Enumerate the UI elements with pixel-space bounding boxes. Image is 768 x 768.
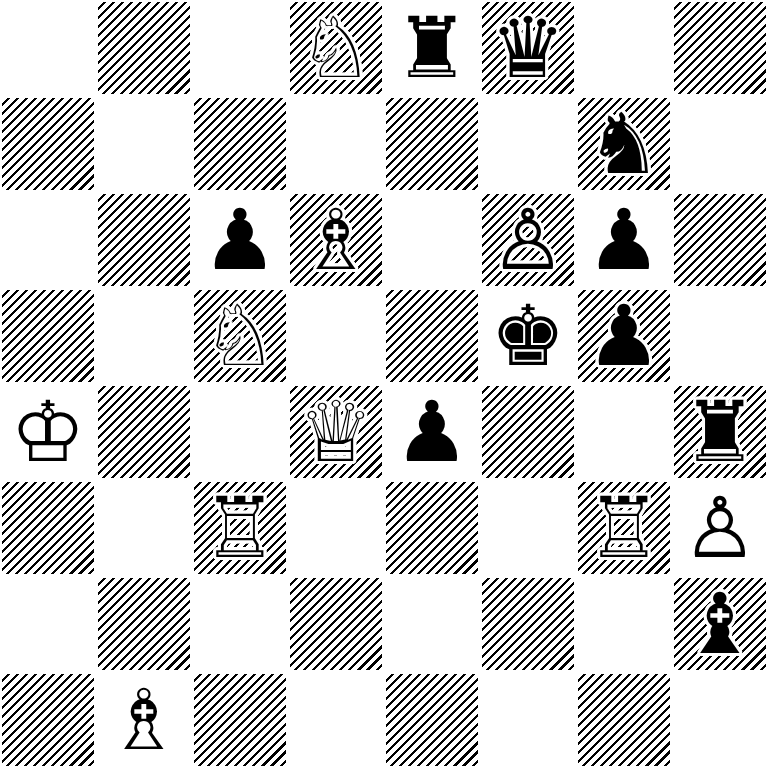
square-h8[interactable] xyxy=(672,0,768,96)
square-h2[interactable]: ♝ xyxy=(672,576,768,672)
black-rook-h4[interactable]: ♜ xyxy=(682,384,757,480)
square-h1[interactable] xyxy=(672,672,768,768)
square-f4[interactable] xyxy=(480,384,576,480)
square-g7[interactable]: ♞ xyxy=(576,96,672,192)
white-pawn-h3[interactable]: ♙ xyxy=(682,480,757,576)
square-c8[interactable] xyxy=(192,0,288,96)
square-a4[interactable]: ♔ xyxy=(0,384,96,480)
square-g6[interactable]: ♟ xyxy=(576,192,672,288)
square-h7[interactable] xyxy=(672,96,768,192)
square-g4[interactable] xyxy=(576,384,672,480)
black-bishop-h2[interactable]: ♝ xyxy=(682,576,757,672)
square-c2[interactable] xyxy=(192,576,288,672)
square-f1[interactable] xyxy=(480,672,576,768)
square-c4[interactable] xyxy=(192,384,288,480)
square-f7[interactable] xyxy=(480,96,576,192)
black-pawn-g6[interactable]: ♟ xyxy=(586,192,661,288)
white-rook-g3[interactable]: ♖ xyxy=(586,480,661,576)
square-d1[interactable] xyxy=(288,672,384,768)
white-knight-d8[interactable]: ♘ xyxy=(298,0,373,96)
square-a1[interactable] xyxy=(0,672,96,768)
square-b2[interactable] xyxy=(96,576,192,672)
square-f3[interactable] xyxy=(480,480,576,576)
black-queen-f8[interactable]: ♛ xyxy=(490,0,565,96)
square-e1[interactable] xyxy=(384,672,480,768)
black-pawn-g5[interactable]: ♟ xyxy=(586,288,661,384)
square-d4[interactable]: ♕ xyxy=(288,384,384,480)
square-b3[interactable] xyxy=(96,480,192,576)
square-h5[interactable] xyxy=(672,288,768,384)
square-e3[interactable] xyxy=(384,480,480,576)
square-g5[interactable]: ♟ xyxy=(576,288,672,384)
square-f6[interactable]: ♙ xyxy=(480,192,576,288)
square-b8[interactable] xyxy=(96,0,192,96)
square-e5[interactable] xyxy=(384,288,480,384)
square-e2[interactable] xyxy=(384,576,480,672)
square-h3[interactable]: ♙ xyxy=(672,480,768,576)
square-g2[interactable] xyxy=(576,576,672,672)
white-knight-c5[interactable]: ♘ xyxy=(202,288,277,384)
square-h6[interactable] xyxy=(672,192,768,288)
square-f5[interactable]: ♚ xyxy=(480,288,576,384)
square-e8[interactable]: ♜ xyxy=(384,0,480,96)
square-d8[interactable]: ♘ xyxy=(288,0,384,96)
square-f2[interactable] xyxy=(480,576,576,672)
square-b7[interactable] xyxy=(96,96,192,192)
square-d3[interactable] xyxy=(288,480,384,576)
square-d6[interactable]: ♗ xyxy=(288,192,384,288)
square-c5[interactable]: ♘ xyxy=(192,288,288,384)
square-f8[interactable]: ♛ xyxy=(480,0,576,96)
square-d5[interactable] xyxy=(288,288,384,384)
black-rook-e8[interactable]: ♜ xyxy=(394,0,469,96)
square-a8[interactable] xyxy=(0,0,96,96)
black-pawn-e4[interactable]: ♟ xyxy=(394,384,469,480)
square-b4[interactable] xyxy=(96,384,192,480)
square-c1[interactable] xyxy=(192,672,288,768)
black-pawn-c6[interactable]: ♟ xyxy=(202,192,277,288)
white-king-a4[interactable]: ♔ xyxy=(10,384,85,480)
square-d2[interactable] xyxy=(288,576,384,672)
square-g3[interactable]: ♖ xyxy=(576,480,672,576)
white-rook-c3[interactable]: ♖ xyxy=(202,480,277,576)
square-a2[interactable] xyxy=(0,576,96,672)
square-e4[interactable]: ♟ xyxy=(384,384,480,480)
square-a6[interactable] xyxy=(0,192,96,288)
white-bishop-d6[interactable]: ♗ xyxy=(298,192,373,288)
white-queen-d4[interactable]: ♕ xyxy=(298,384,373,480)
chess-board: ♘♜♛♞♟♗♙♟♘♚♟♔♕♟♜♖♖♙♝♗ xyxy=(0,0,768,768)
black-king-f5[interactable]: ♚ xyxy=(490,288,565,384)
square-g8[interactable] xyxy=(576,0,672,96)
square-b6[interactable] xyxy=(96,192,192,288)
square-b5[interactable] xyxy=(96,288,192,384)
square-a3[interactable] xyxy=(0,480,96,576)
square-h4[interactable]: ♜ xyxy=(672,384,768,480)
square-a7[interactable] xyxy=(0,96,96,192)
square-c3[interactable]: ♖ xyxy=(192,480,288,576)
square-e6[interactable] xyxy=(384,192,480,288)
white-pawn-f6[interactable]: ♙ xyxy=(490,192,565,288)
square-d7[interactable] xyxy=(288,96,384,192)
square-e7[interactable] xyxy=(384,96,480,192)
black-knight-g7[interactable]: ♞ xyxy=(586,96,661,192)
square-g1[interactable] xyxy=(576,672,672,768)
square-c6[interactable]: ♟ xyxy=(192,192,288,288)
square-c7[interactable] xyxy=(192,96,288,192)
square-b1[interactable]: ♗ xyxy=(96,672,192,768)
square-a5[interactable] xyxy=(0,288,96,384)
white-bishop-b1[interactable]: ♗ xyxy=(106,672,181,768)
